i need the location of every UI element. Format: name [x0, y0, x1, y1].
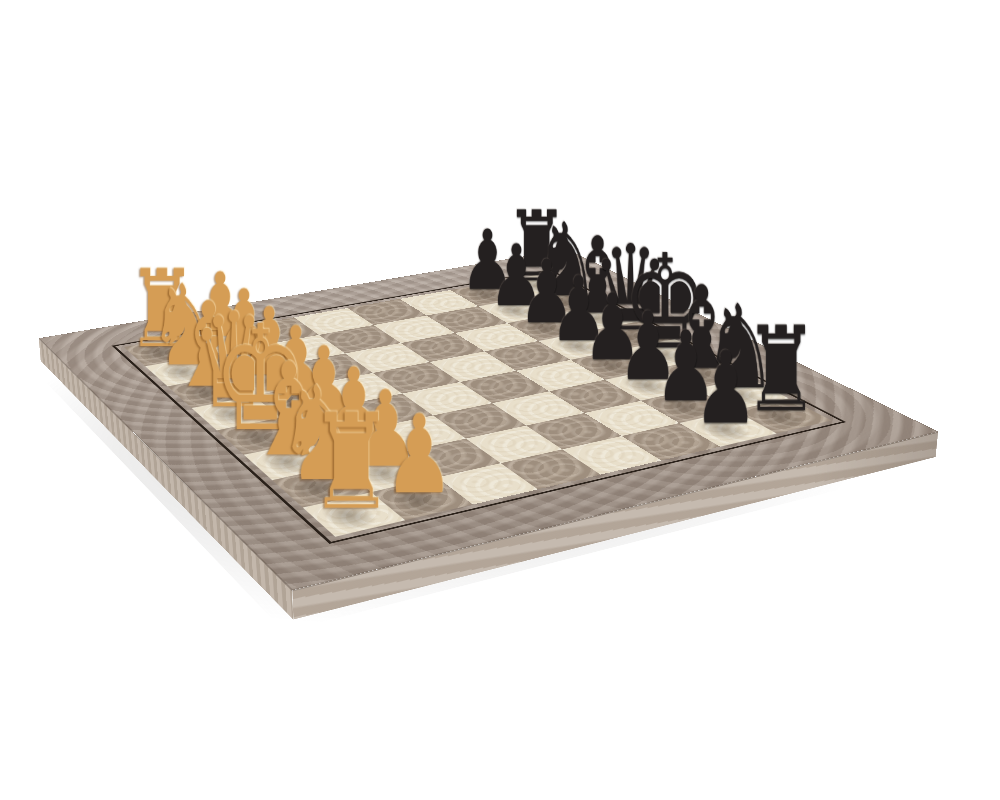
white-rook-glyph: ♜	[308, 396, 393, 528]
chess-board: ♜♞♝♛♚♝♞♜♟♟♟♟♟♟♟♟♟♟♟♟♟♟♟♟♜♞♝♛♚♝♞♜	[39, 249, 939, 590]
black-pawn-glyph: ♟	[693, 339, 758, 439]
product-photo-background: { "game": "chess", "scene": "Overhead-an…	[0, 0, 1000, 800]
board-border-grey-ash: ♜♞♝♛♚♝♞♜♟♟♟♟♟♟♟♟♟♟♟♟♟♟♟♟♜♞♝♛♚♝♞♜	[39, 249, 939, 590]
white-pawn-glyph: ♟	[384, 401, 454, 510]
square-h1[interactable]: ♜	[303, 492, 405, 536]
photo-scene: ♜♞♝♛♚♝♞♜♟♟♟♟♟♟♟♟♟♟♟♟♟♟♟♟♜♞♝♛♚♝♞♜	[0, 0, 1000, 800]
